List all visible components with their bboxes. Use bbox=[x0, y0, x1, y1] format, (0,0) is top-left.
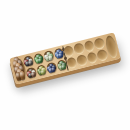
product-photo-background bbox=[0, 0, 130, 130]
gem-stone bbox=[58, 53, 64, 59]
pit-top-6[interactable] bbox=[73, 43, 85, 55]
gem-stone bbox=[38, 58, 44, 64]
mancala-board bbox=[9, 32, 120, 84]
pit-top-3[interactable] bbox=[43, 50, 55, 62]
pit-bottom-6[interactable] bbox=[76, 54, 88, 66]
gem-stone bbox=[61, 64, 67, 70]
gem-stone bbox=[31, 72, 37, 78]
gem-stone bbox=[19, 70, 26, 80]
pit-top-1[interactable] bbox=[23, 55, 35, 67]
pit-top-8[interactable] bbox=[94, 38, 106, 50]
gem-stone bbox=[41, 69, 47, 75]
pit-bottom-3[interactable] bbox=[46, 62, 58, 74]
pit-bottom-8[interactable] bbox=[97, 49, 109, 61]
gem-stone bbox=[28, 60, 34, 66]
pit-bottom-1[interactable] bbox=[26, 67, 38, 79]
